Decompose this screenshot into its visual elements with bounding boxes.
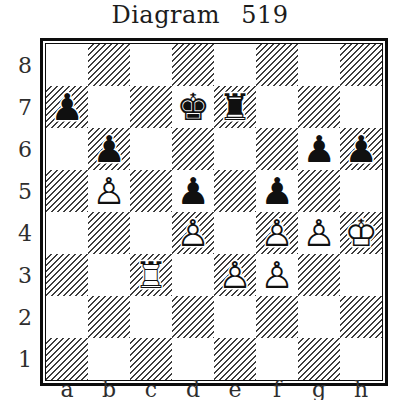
square-g2 [298,296,340,338]
square-g7 [298,86,340,128]
piece-white-pawn: ♟♙ [214,254,256,296]
square-f4: ♟♙ [256,212,298,254]
square-f2 [256,296,298,338]
square-e7: ♜♜ [214,86,256,128]
square-a5 [46,170,88,212]
piece-glyph-icon: ♟ [172,170,214,212]
rank-label-5: 5 [8,170,32,212]
square-b6: ♟♟ [88,128,130,170]
square-b7 [88,86,130,128]
square-h5 [340,170,382,212]
square-g3 [298,254,340,296]
file-label-h: h [340,380,382,399]
square-c6 [130,128,172,170]
square-d4: ♟♙ [172,212,214,254]
square-h8 [340,44,382,86]
piece-black-pawn: ♟♟ [172,170,214,212]
piece-glyph-icon: ♙ [214,254,256,296]
file-label-d: d [172,380,214,399]
square-b2 [88,296,130,338]
square-a1 [46,338,88,380]
file-label-c: c [130,380,172,399]
square-c1 [130,338,172,380]
file-label-a: a [46,380,88,399]
square-e5 [214,170,256,212]
rank-labels: 87654321 [8,44,32,380]
rank-label-2: 2 [8,296,32,338]
square-f6 [256,128,298,170]
diagram-title: Diagram 519 [0,1,400,29]
file-label-f: f [256,380,298,399]
square-c4 [130,212,172,254]
square-g1 [298,338,340,380]
square-c2 [130,296,172,338]
square-d7: ♚♚ [172,86,214,128]
piece-white-pawn: ♟♙ [256,212,298,254]
piece-black-pawn: ♟♟ [88,128,130,170]
square-c7 [130,86,172,128]
piece-glyph-icon: ♖ [130,254,172,296]
square-h7 [340,86,382,128]
square-c3: ♜♖ [130,254,172,296]
piece-glyph-icon: ♚ [172,86,214,128]
piece-white-king: ♚♔ [340,212,382,254]
square-c5 [130,170,172,212]
square-e3: ♟♙ [214,254,256,296]
board-frame: ♟♟♚♚♜♜♟♟♟♟♟♟♟♙♟♟♟♟♟♙♟♙♟♙♚♔♜♖♟♙♟♙ [40,38,388,386]
square-d1 [172,338,214,380]
square-g5 [298,170,340,212]
diagram-page: Diagram 519 87654321 ♟♟♚♚♜♜♟♟♟♟♟♟♟♙♟♟♟♟♟… [0,0,400,400]
square-f7 [256,86,298,128]
piece-black-pawn: ♟♟ [340,128,382,170]
square-b5: ♟♙ [88,170,130,212]
piece-glyph-icon: ♔ [340,212,382,254]
piece-black-pawn: ♟♟ [46,86,88,128]
square-h4: ♚♔ [340,212,382,254]
piece-glyph-icon: ♙ [88,170,130,212]
file-label-e: e [214,380,256,399]
piece-black-pawn: ♟♟ [256,170,298,212]
square-e8 [214,44,256,86]
board-inner-frame: ♟♟♚♚♜♜♟♟♟♟♟♟♟♙♟♟♟♟♟♙♟♙♟♙♚♔♜♖♟♙♟♙ [45,43,383,381]
piece-glyph-icon: ♟ [46,86,88,128]
piece-black-rook: ♜♜ [214,86,256,128]
square-h3 [340,254,382,296]
file-label-g: g [298,380,340,399]
square-f5: ♟♟ [256,170,298,212]
square-e2 [214,296,256,338]
square-b3 [88,254,130,296]
square-f1 [256,338,298,380]
square-a3 [46,254,88,296]
rank-label-8: 8 [8,44,32,86]
piece-white-rook: ♜♖ [130,254,172,296]
square-b1 [88,338,130,380]
square-e6 [214,128,256,170]
square-h6: ♟♟ [340,128,382,170]
square-e1 [214,338,256,380]
piece-glyph-icon: ♟ [340,128,382,170]
piece-glyph-icon: ♙ [172,212,214,254]
square-d6 [172,128,214,170]
square-c8 [130,44,172,86]
square-b4 [88,212,130,254]
piece-white-pawn: ♟♙ [172,212,214,254]
piece-glyph-icon: ♙ [298,212,340,254]
chess-board: ♟♟♚♚♜♜♟♟♟♟♟♟♟♙♟♟♟♟♟♙♟♙♟♙♚♔♜♖♟♙♟♙ [46,44,382,380]
rank-label-3: 3 [8,254,32,296]
square-g6: ♟♟ [298,128,340,170]
square-f8 [256,44,298,86]
square-g4: ♟♙ [298,212,340,254]
piece-glyph-icon: ♙ [256,254,298,296]
square-d5: ♟♟ [172,170,214,212]
square-b8 [88,44,130,86]
piece-black-king: ♚♚ [172,86,214,128]
square-a2 [46,296,88,338]
square-f3: ♟♙ [256,254,298,296]
piece-glyph-icon: ♙ [256,212,298,254]
piece-black-pawn: ♟♟ [298,128,340,170]
rank-label-7: 7 [8,86,32,128]
square-h2 [340,296,382,338]
piece-glyph-icon: ♟ [256,170,298,212]
piece-glyph-icon: ♟ [298,128,340,170]
file-label-b: b [88,380,130,399]
piece-glyph-icon: ♜ [214,86,256,128]
square-d2 [172,296,214,338]
piece-glyph-icon: ♟ [88,128,130,170]
rank-label-4: 4 [8,212,32,254]
square-a4 [46,212,88,254]
square-g8 [298,44,340,86]
piece-white-pawn: ♟♙ [298,212,340,254]
square-h1 [340,338,382,380]
square-d8 [172,44,214,86]
rank-label-6: 6 [8,128,32,170]
piece-white-pawn: ♟♙ [88,170,130,212]
square-a7: ♟♟ [46,86,88,128]
square-d3 [172,254,214,296]
square-a6 [46,128,88,170]
square-e4 [214,212,256,254]
piece-white-pawn: ♟♙ [256,254,298,296]
file-labels: abcdefgh [46,380,382,399]
rank-label-1: 1 [8,338,32,380]
square-a8 [46,44,88,86]
